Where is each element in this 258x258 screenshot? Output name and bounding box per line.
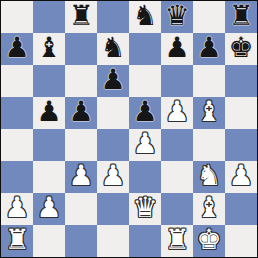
square-c6[interactable] bbox=[65, 65, 97, 97]
square-c4[interactable] bbox=[65, 129, 97, 161]
square-f7[interactable]: ♟ bbox=[161, 33, 193, 65]
square-e6[interactable] bbox=[129, 65, 161, 97]
square-g5[interactable]: ♝ bbox=[193, 97, 225, 129]
square-h7[interactable]: ♚ bbox=[225, 33, 257, 65]
white-knight-g3[interactable]: ♞ bbox=[196, 161, 221, 192]
square-e4[interactable]: ♟ bbox=[129, 129, 161, 161]
black-bishop-b7[interactable]: ♝ bbox=[36, 33, 61, 64]
square-d2[interactable] bbox=[97, 193, 129, 225]
square-d8[interactable] bbox=[97, 1, 129, 33]
black-rook-h8[interactable]: ♜ bbox=[228, 1, 253, 32]
white-queen-e2[interactable]: ♛ bbox=[132, 193, 157, 224]
black-queen-f8[interactable]: ♛ bbox=[164, 1, 189, 32]
black-pawn-a7[interactable]: ♟ bbox=[4, 33, 29, 64]
square-g2[interactable]: ♝ bbox=[193, 193, 225, 225]
black-king-h7[interactable]: ♚ bbox=[228, 33, 253, 64]
square-e8[interactable]: ♞ bbox=[129, 1, 161, 33]
white-pawn-e4[interactable]: ♟ bbox=[132, 129, 157, 160]
chess-board: ♜♞♛♜♟♝♞♟♟♚♟♟♟♟♟♝♟♟♟♞♟♟♟♛♝♜♜♚ bbox=[0, 0, 258, 258]
black-pawn-d6[interactable]: ♟ bbox=[100, 65, 125, 96]
square-d4[interactable] bbox=[97, 129, 129, 161]
square-d5[interactable] bbox=[97, 97, 129, 129]
square-a8[interactable] bbox=[1, 1, 33, 33]
square-b8[interactable] bbox=[33, 1, 65, 33]
square-c8[interactable]: ♜ bbox=[65, 1, 97, 33]
square-h8[interactable]: ♜ bbox=[225, 1, 257, 33]
square-e7[interactable] bbox=[129, 33, 161, 65]
black-knight-e8[interactable]: ♞ bbox=[132, 1, 157, 32]
square-g8[interactable] bbox=[193, 1, 225, 33]
square-d7[interactable]: ♞ bbox=[97, 33, 129, 65]
white-rook-f1[interactable]: ♜ bbox=[164, 225, 189, 256]
square-f4[interactable] bbox=[161, 129, 193, 161]
white-rook-a1[interactable]: ♜ bbox=[4, 225, 29, 256]
square-b7[interactable]: ♝ bbox=[33, 33, 65, 65]
white-pawn-c3[interactable]: ♟ bbox=[68, 161, 93, 192]
square-f3[interactable] bbox=[161, 161, 193, 193]
square-d6[interactable]: ♟ bbox=[97, 65, 129, 97]
white-bishop-g5[interactable]: ♝ bbox=[196, 97, 221, 128]
square-g4[interactable] bbox=[193, 129, 225, 161]
square-b2[interactable]: ♟ bbox=[33, 193, 65, 225]
square-b3[interactable] bbox=[33, 161, 65, 193]
white-pawn-h3[interactable]: ♟ bbox=[228, 161, 253, 192]
black-pawn-b5[interactable]: ♟ bbox=[36, 97, 61, 128]
square-c2[interactable] bbox=[65, 193, 97, 225]
square-c3[interactable]: ♟ bbox=[65, 161, 97, 193]
square-f1[interactable]: ♜ bbox=[161, 225, 193, 257]
black-pawn-e5[interactable]: ♟ bbox=[132, 97, 157, 128]
square-g7[interactable]: ♟ bbox=[193, 33, 225, 65]
square-b4[interactable] bbox=[33, 129, 65, 161]
square-h2[interactable] bbox=[225, 193, 257, 225]
white-bishop-g2[interactable]: ♝ bbox=[196, 193, 221, 224]
square-e5[interactable]: ♟ bbox=[129, 97, 161, 129]
black-knight-d7[interactable]: ♞ bbox=[100, 33, 125, 64]
square-h4[interactable] bbox=[225, 129, 257, 161]
square-a6[interactable] bbox=[1, 65, 33, 97]
square-f6[interactable] bbox=[161, 65, 193, 97]
square-h6[interactable] bbox=[225, 65, 257, 97]
square-a5[interactable] bbox=[1, 97, 33, 129]
square-a3[interactable] bbox=[1, 161, 33, 193]
square-e2[interactable]: ♛ bbox=[129, 193, 161, 225]
square-c5[interactable]: ♟ bbox=[65, 97, 97, 129]
white-pawn-b2[interactable]: ♟ bbox=[36, 193, 61, 224]
white-pawn-f5[interactable]: ♟ bbox=[164, 97, 189, 128]
square-c7[interactable] bbox=[65, 33, 97, 65]
square-a4[interactable] bbox=[1, 129, 33, 161]
square-h1[interactable] bbox=[225, 225, 257, 257]
square-a1[interactable]: ♜ bbox=[1, 225, 33, 257]
black-pawn-g7[interactable]: ♟ bbox=[196, 33, 221, 64]
square-b1[interactable] bbox=[33, 225, 65, 257]
square-d3[interactable]: ♟ bbox=[97, 161, 129, 193]
white-pawn-a2[interactable]: ♟ bbox=[4, 193, 29, 224]
square-f5[interactable]: ♟ bbox=[161, 97, 193, 129]
square-e3[interactable] bbox=[129, 161, 161, 193]
black-rook-c8[interactable]: ♜ bbox=[68, 1, 93, 32]
square-b6[interactable] bbox=[33, 65, 65, 97]
square-a7[interactable]: ♟ bbox=[1, 33, 33, 65]
black-pawn-c5[interactable]: ♟ bbox=[68, 97, 93, 128]
black-pawn-f7[interactable]: ♟ bbox=[164, 33, 189, 64]
square-h5[interactable] bbox=[225, 97, 257, 129]
square-b5[interactable]: ♟ bbox=[33, 97, 65, 129]
square-c1[interactable] bbox=[65, 225, 97, 257]
square-e1[interactable] bbox=[129, 225, 161, 257]
square-g3[interactable]: ♞ bbox=[193, 161, 225, 193]
square-d1[interactable] bbox=[97, 225, 129, 257]
square-g1[interactable]: ♚ bbox=[193, 225, 225, 257]
white-pawn-d3[interactable]: ♟ bbox=[100, 161, 125, 192]
square-f2[interactable] bbox=[161, 193, 193, 225]
square-g6[interactable] bbox=[193, 65, 225, 97]
square-f8[interactable]: ♛ bbox=[161, 1, 193, 33]
square-a2[interactable]: ♟ bbox=[1, 193, 33, 225]
square-h3[interactable]: ♟ bbox=[225, 161, 257, 193]
white-king-g1[interactable]: ♚ bbox=[196, 225, 221, 256]
